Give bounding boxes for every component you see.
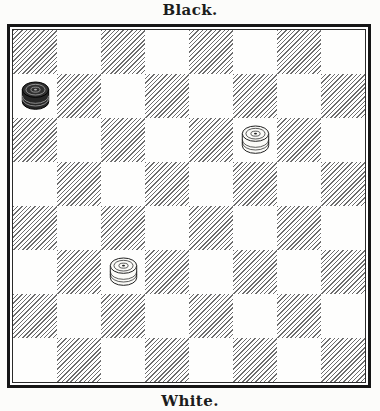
square-r4c2[interactable]: [57, 162, 101, 206]
square-r1c2[interactable]: [57, 30, 101, 74]
square-r7c7[interactable]: [277, 294, 321, 338]
square-r2c4[interactable]: [145, 74, 189, 118]
square-r7c8[interactable]: [321, 294, 365, 338]
square-r3c4[interactable]: [145, 118, 189, 162]
square-r4c3[interactable]: [101, 162, 145, 206]
square-r5c4[interactable]: [145, 206, 189, 250]
square-r1c7[interactable]: [277, 30, 321, 74]
checkers-board-frame: [7, 24, 371, 388]
square-r4c5[interactable]: [189, 162, 233, 206]
square-r2c6[interactable]: [233, 74, 277, 118]
square-r1c3[interactable]: [101, 30, 145, 74]
square-r6c5[interactable]: [189, 250, 233, 294]
square-r2c1[interactable]: [13, 74, 57, 118]
square-r7c5[interactable]: [189, 294, 233, 338]
board-inner-border: [12, 29, 366, 383]
square-r1c8[interactable]: [321, 30, 365, 74]
square-r3c3[interactable]: [101, 118, 145, 162]
square-r3c6[interactable]: [233, 118, 277, 162]
square-r7c1[interactable]: [13, 294, 57, 338]
square-r3c1[interactable]: [13, 118, 57, 162]
square-r1c5[interactable]: [189, 30, 233, 74]
square-r3c8[interactable]: [321, 118, 365, 162]
square-r7c2[interactable]: [57, 294, 101, 338]
square-r8c8[interactable]: [321, 338, 365, 382]
square-r7c3[interactable]: [101, 294, 145, 338]
square-r1c6[interactable]: [233, 30, 277, 74]
square-r5c5[interactable]: [189, 206, 233, 250]
square-r5c8[interactable]: [321, 206, 365, 250]
square-r6c4[interactable]: [145, 250, 189, 294]
white-man-piece[interactable]: [107, 257, 140, 287]
square-r8c5[interactable]: [189, 338, 233, 382]
square-r8c1[interactable]: [13, 338, 57, 382]
square-r4c7[interactable]: [277, 162, 321, 206]
square-r1c4[interactable]: [145, 30, 189, 74]
square-r6c8[interactable]: [321, 250, 365, 294]
square-r6c3[interactable]: [101, 250, 145, 294]
square-r4c1[interactable]: [13, 162, 57, 206]
square-r3c5[interactable]: [189, 118, 233, 162]
board: [13, 30, 365, 382]
square-r5c7[interactable]: [277, 206, 321, 250]
square-r4c6[interactable]: [233, 162, 277, 206]
black-man-piece[interactable]: [19, 81, 52, 111]
page: Black. White.: [0, 0, 380, 411]
square-r5c3[interactable]: [101, 206, 145, 250]
square-r4c8[interactable]: [321, 162, 365, 206]
square-r8c4[interactable]: [145, 338, 189, 382]
square-r4c4[interactable]: [145, 162, 189, 206]
square-r8c2[interactable]: [57, 338, 101, 382]
square-r5c2[interactable]: [57, 206, 101, 250]
square-r5c6[interactable]: [233, 206, 277, 250]
square-r6c1[interactable]: [13, 250, 57, 294]
square-r6c2[interactable]: [57, 250, 101, 294]
square-r8c6[interactable]: [233, 338, 277, 382]
square-r2c5[interactable]: [189, 74, 233, 118]
square-r2c3[interactable]: [101, 74, 145, 118]
square-r2c8[interactable]: [321, 74, 365, 118]
square-r6c7[interactable]: [277, 250, 321, 294]
square-r1c1[interactable]: [13, 30, 57, 74]
square-r5c1[interactable]: [13, 206, 57, 250]
square-r7c4[interactable]: [145, 294, 189, 338]
square-r3c7[interactable]: [277, 118, 321, 162]
square-r7c6[interactable]: [233, 294, 277, 338]
square-r6c6[interactable]: [233, 250, 277, 294]
white-man-piece[interactable]: [239, 125, 272, 155]
square-r8c3[interactable]: [101, 338, 145, 382]
white-side-label: White.: [0, 392, 380, 410]
square-r2c7[interactable]: [277, 74, 321, 118]
square-r8c7[interactable]: [277, 338, 321, 382]
black-side-label: Black.: [0, 1, 380, 19]
square-r3c2[interactable]: [57, 118, 101, 162]
square-r2c2[interactable]: [57, 74, 101, 118]
